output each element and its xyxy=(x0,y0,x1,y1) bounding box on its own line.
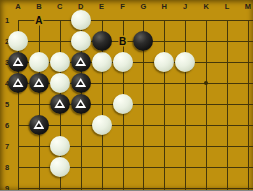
star-point xyxy=(204,81,208,85)
column-label: J xyxy=(183,2,187,11)
black-stone[interactable] xyxy=(8,73,28,93)
triangle-mark xyxy=(33,120,44,129)
black-stone[interactable] xyxy=(29,115,49,135)
triangle-mark xyxy=(33,78,44,87)
point-label-B[interactable]: B xyxy=(118,36,127,47)
white-stone[interactable] xyxy=(50,73,70,93)
triangle-mark-fill xyxy=(36,81,42,86)
column-label: C xyxy=(57,2,62,11)
triangle-mark-fill xyxy=(78,81,84,86)
black-stone[interactable] xyxy=(133,31,153,51)
triangle-mark xyxy=(75,57,86,66)
row-label: 9 xyxy=(5,184,9,191)
triangle-mark-fill xyxy=(36,123,42,128)
black-stone[interactable] xyxy=(8,52,28,72)
grid-line-horizontal xyxy=(18,125,253,126)
column-label: H xyxy=(162,2,167,11)
black-stone[interactable] xyxy=(50,94,70,114)
column-label: B xyxy=(36,2,41,11)
triangle-mark xyxy=(13,78,24,87)
white-stone[interactable] xyxy=(8,31,28,51)
white-stone[interactable] xyxy=(154,52,174,72)
black-stone[interactable] xyxy=(92,31,112,51)
white-stone[interactable] xyxy=(29,52,49,72)
go-board-diagram: ABCDEFGHJKLM123456789AB xyxy=(0,0,253,190)
point-label-A[interactable]: A xyxy=(34,15,43,26)
column-label: E xyxy=(99,2,104,11)
grid-line-horizontal xyxy=(18,20,253,21)
grid-line-vertical xyxy=(185,20,186,190)
white-stone[interactable] xyxy=(71,10,91,30)
black-stone[interactable] xyxy=(29,73,49,93)
triangle-mark-fill xyxy=(78,60,84,65)
white-stone[interactable] xyxy=(113,94,133,114)
grid-line-horizontal xyxy=(18,188,253,189)
white-stone[interactable] xyxy=(92,115,112,135)
black-stone[interactable] xyxy=(71,73,91,93)
triangle-mark xyxy=(75,78,86,87)
column-label: K xyxy=(203,2,208,11)
triangle-mark xyxy=(13,57,24,66)
row-label: 6 xyxy=(5,121,9,130)
white-stone[interactable] xyxy=(71,31,91,51)
white-stone[interactable] xyxy=(50,52,70,72)
row-label: 7 xyxy=(5,142,9,151)
triangle-mark xyxy=(54,99,65,108)
triangle-mark-fill xyxy=(57,102,63,107)
triangle-mark-fill xyxy=(78,102,84,107)
row-label: 8 xyxy=(5,163,9,172)
white-stone[interactable] xyxy=(113,52,133,72)
column-label: G xyxy=(140,2,146,11)
column-label: A xyxy=(15,2,20,11)
white-stone[interactable] xyxy=(92,52,112,72)
grid-line-vertical xyxy=(227,20,228,190)
row-label: 1 xyxy=(5,16,9,25)
row-label: 5 xyxy=(5,100,9,109)
triangle-mark-fill xyxy=(15,81,21,86)
grid-line-vertical xyxy=(164,20,165,190)
black-stone[interactable] xyxy=(71,94,91,114)
grid-line-vertical xyxy=(39,20,40,190)
triangle-mark-fill xyxy=(15,60,21,65)
grid-line-vertical xyxy=(206,20,207,190)
black-stone[interactable] xyxy=(71,52,91,72)
grid-line-vertical xyxy=(248,20,249,190)
column-label: L xyxy=(225,2,230,11)
column-label: F xyxy=(120,2,125,11)
triangle-mark xyxy=(75,99,86,108)
white-stone[interactable] xyxy=(175,52,195,72)
column-label: M xyxy=(245,2,251,11)
white-stone[interactable] xyxy=(50,136,70,156)
white-stone[interactable] xyxy=(50,157,70,177)
